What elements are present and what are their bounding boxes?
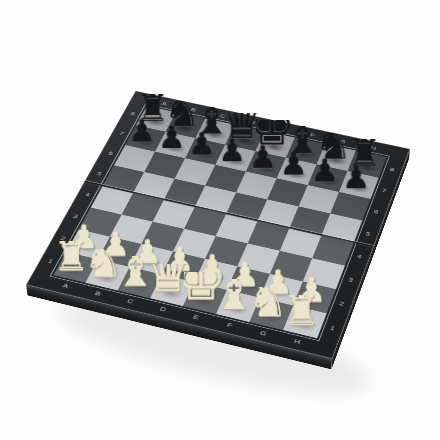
rank-label-right-4: 4 bbox=[350, 252, 368, 261]
rank-label-right-8: 8 bbox=[384, 166, 401, 174]
rank-label-left-5: 5 bbox=[91, 170, 108, 178]
rank-label-right-6: 6 bbox=[367, 208, 384, 216]
rank-label-right-5: 5 bbox=[359, 230, 377, 239]
rank-label-left-4: 4 bbox=[79, 191, 96, 199]
rank-label-left-1: 1 bbox=[41, 257, 59, 266]
photo-background: 11AA22BB33CC44DD55EE66FF77GG88HH ♜♞♝♛♚♝♞… bbox=[0, 0, 440, 440]
scene: 11AA22BB33CC44DD55EE66FF77GG88HH ♜♞♝♛♚♝♞… bbox=[0, 0, 440, 440]
rank-label-left-7: 7 bbox=[113, 130, 130, 138]
rank-label-left-6: 6 bbox=[102, 149, 119, 157]
rank-label-right-7: 7 bbox=[376, 186, 393, 194]
rank-label-left-3: 3 bbox=[67, 212, 85, 220]
rank-label-left-2: 2 bbox=[54, 234, 72, 243]
rank-label-right-1: 1 bbox=[323, 324, 342, 334]
rank-label-right-3: 3 bbox=[341, 275, 359, 284]
rank-label-right-2: 2 bbox=[332, 299, 350, 308]
chess-board: 11AA22BB33CC44DD55EE66FF77GG88HH ♜♞♝♛♚♝♞… bbox=[26, 91, 410, 359]
rank-label-left-8: 8 bbox=[124, 110, 141, 117]
board-grid bbox=[53, 106, 386, 338]
